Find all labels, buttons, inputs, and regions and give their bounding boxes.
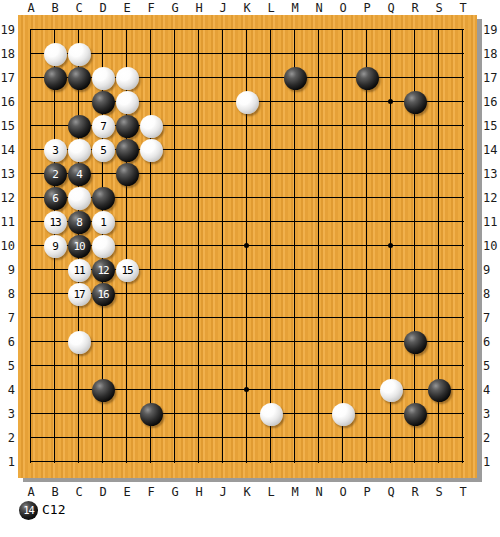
point-S1[interactable] <box>427 450 451 474</box>
point-C10[interactable]: 10 <box>67 234 91 258</box>
point-G18[interactable] <box>163 42 187 66</box>
point-K11[interactable] <box>235 210 259 234</box>
point-D9[interactable]: 12 <box>91 258 115 282</box>
point-R5[interactable] <box>403 354 427 378</box>
point-J9[interactable] <box>211 258 235 282</box>
point-F8[interactable] <box>139 282 163 306</box>
point-E6[interactable] <box>115 330 139 354</box>
point-S7[interactable] <box>427 306 451 330</box>
stone-black-E15[interactable] <box>116 115 139 138</box>
point-F4[interactable] <box>139 378 163 402</box>
point-E8[interactable] <box>115 282 139 306</box>
stone-black-R6[interactable] <box>404 331 427 354</box>
point-M2[interactable] <box>283 426 307 450</box>
stone-black-C11[interactable]: 8 <box>68 211 91 234</box>
point-B19[interactable] <box>43 18 67 42</box>
point-O3[interactable] <box>331 402 355 426</box>
point-C8[interactable]: 17 <box>67 282 91 306</box>
point-B18[interactable] <box>43 42 67 66</box>
point-F16[interactable] <box>139 90 163 114</box>
point-T19[interactable] <box>451 18 475 42</box>
point-R17[interactable] <box>403 66 427 90</box>
point-A2[interactable] <box>19 426 43 450</box>
point-G13[interactable] <box>163 162 187 186</box>
point-L11[interactable] <box>259 210 283 234</box>
point-F14[interactable] <box>139 138 163 162</box>
point-L16[interactable] <box>259 90 283 114</box>
point-R18[interactable] <box>403 42 427 66</box>
point-R19[interactable] <box>403 18 427 42</box>
point-C1[interactable] <box>67 450 91 474</box>
point-N9[interactable] <box>307 258 331 282</box>
point-P14[interactable] <box>355 138 379 162</box>
point-M10[interactable] <box>283 234 307 258</box>
stone-black-R16[interactable] <box>404 91 427 114</box>
point-H8[interactable] <box>187 282 211 306</box>
point-G3[interactable] <box>163 402 187 426</box>
point-R9[interactable] <box>403 258 427 282</box>
point-R14[interactable] <box>403 138 427 162</box>
point-E11[interactable] <box>115 210 139 234</box>
point-C6[interactable] <box>67 330 91 354</box>
stone-black-B13[interactable]: 2 <box>44 163 67 186</box>
point-K13[interactable] <box>235 162 259 186</box>
point-B6[interactable] <box>43 330 67 354</box>
stone-white-C18[interactable] <box>68 43 91 66</box>
point-B17[interactable] <box>43 66 67 90</box>
point-T11[interactable] <box>451 210 475 234</box>
point-R15[interactable] <box>403 114 427 138</box>
point-N3[interactable] <box>307 402 331 426</box>
point-C13[interactable]: 4 <box>67 162 91 186</box>
point-L2[interactable] <box>259 426 283 450</box>
point-L9[interactable] <box>259 258 283 282</box>
point-G8[interactable] <box>163 282 187 306</box>
point-Q7[interactable] <box>379 306 403 330</box>
point-D8[interactable]: 16 <box>91 282 115 306</box>
point-C7[interactable] <box>67 306 91 330</box>
point-E2[interactable] <box>115 426 139 450</box>
stone-white-E17[interactable] <box>116 67 139 90</box>
point-J6[interactable] <box>211 330 235 354</box>
point-D13[interactable] <box>91 162 115 186</box>
point-S9[interactable] <box>427 258 451 282</box>
point-M18[interactable] <box>283 42 307 66</box>
point-Q16[interactable] <box>379 90 403 114</box>
point-T14[interactable] <box>451 138 475 162</box>
point-K19[interactable] <box>235 18 259 42</box>
point-O6[interactable] <box>331 330 355 354</box>
stone-black-C15[interactable] <box>68 115 91 138</box>
point-A19[interactable] <box>19 18 43 42</box>
point-A15[interactable] <box>19 114 43 138</box>
point-K5[interactable] <box>235 354 259 378</box>
stone-white-C6[interactable] <box>68 331 91 354</box>
point-T6[interactable] <box>451 330 475 354</box>
point-N13[interactable] <box>307 162 331 186</box>
point-D1[interactable] <box>91 450 115 474</box>
point-T4[interactable] <box>451 378 475 402</box>
point-K17[interactable] <box>235 66 259 90</box>
point-S18[interactable] <box>427 42 451 66</box>
point-G17[interactable] <box>163 66 187 90</box>
point-E17[interactable] <box>115 66 139 90</box>
point-R7[interactable] <box>403 306 427 330</box>
point-G10[interactable] <box>163 234 187 258</box>
point-A11[interactable] <box>19 210 43 234</box>
point-O8[interactable] <box>331 282 355 306</box>
point-G14[interactable] <box>163 138 187 162</box>
point-A12[interactable] <box>19 186 43 210</box>
point-O9[interactable] <box>331 258 355 282</box>
point-L15[interactable] <box>259 114 283 138</box>
point-K12[interactable] <box>235 186 259 210</box>
point-H2[interactable] <box>187 426 211 450</box>
point-J3[interactable] <box>211 402 235 426</box>
point-O11[interactable] <box>331 210 355 234</box>
point-C5[interactable] <box>67 354 91 378</box>
point-L6[interactable] <box>259 330 283 354</box>
point-P6[interactable] <box>355 330 379 354</box>
point-P18[interactable] <box>355 42 379 66</box>
point-T1[interactable] <box>451 450 475 474</box>
point-A1[interactable] <box>19 450 43 474</box>
point-B3[interactable] <box>43 402 67 426</box>
point-P3[interactable] <box>355 402 379 426</box>
point-H4[interactable] <box>187 378 211 402</box>
point-K18[interactable] <box>235 42 259 66</box>
point-M9[interactable] <box>283 258 307 282</box>
point-J5[interactable] <box>211 354 235 378</box>
point-P8[interactable] <box>355 282 379 306</box>
point-Q2[interactable] <box>379 426 403 450</box>
point-G2[interactable] <box>163 426 187 450</box>
point-Q8[interactable] <box>379 282 403 306</box>
stone-white-F14[interactable] <box>140 139 163 162</box>
stone-white-D14[interactable]: 5 <box>92 139 115 162</box>
stone-black-C13[interactable]: 4 <box>68 163 91 186</box>
point-J18[interactable] <box>211 42 235 66</box>
point-S6[interactable] <box>427 330 451 354</box>
point-N6[interactable] <box>307 330 331 354</box>
point-O10[interactable] <box>331 234 355 258</box>
stone-white-D10[interactable] <box>92 235 115 258</box>
point-L17[interactable] <box>259 66 283 90</box>
point-L12[interactable] <box>259 186 283 210</box>
point-E7[interactable] <box>115 306 139 330</box>
point-E16[interactable] <box>115 90 139 114</box>
point-E4[interactable] <box>115 378 139 402</box>
point-N2[interactable] <box>307 426 331 450</box>
point-E18[interactable] <box>115 42 139 66</box>
point-G16[interactable] <box>163 90 187 114</box>
point-K2[interactable] <box>235 426 259 450</box>
point-C18[interactable] <box>67 42 91 66</box>
stone-white-D17[interactable] <box>92 67 115 90</box>
point-S15[interactable] <box>427 114 451 138</box>
point-L13[interactable] <box>259 162 283 186</box>
stone-black-D16[interactable] <box>92 91 115 114</box>
point-F18[interactable] <box>139 42 163 66</box>
point-N7[interactable] <box>307 306 331 330</box>
point-K14[interactable] <box>235 138 259 162</box>
stone-black-M17[interactable] <box>284 67 307 90</box>
stone-black-C17[interactable] <box>68 67 91 90</box>
point-M13[interactable] <box>283 162 307 186</box>
point-T18[interactable] <box>451 42 475 66</box>
stone-white-C9[interactable]: 11 <box>68 259 91 282</box>
point-M16[interactable] <box>283 90 307 114</box>
stone-white-K16[interactable] <box>236 91 259 114</box>
point-D10[interactable] <box>91 234 115 258</box>
point-Q1[interactable] <box>379 450 403 474</box>
point-J12[interactable] <box>211 186 235 210</box>
stone-white-B10[interactable]: 9 <box>44 235 67 258</box>
point-O2[interactable] <box>331 426 355 450</box>
point-Q3[interactable] <box>379 402 403 426</box>
point-D15[interactable]: 7 <box>91 114 115 138</box>
point-J10[interactable] <box>211 234 235 258</box>
point-K3[interactable] <box>235 402 259 426</box>
point-E13[interactable] <box>115 162 139 186</box>
point-K7[interactable] <box>235 306 259 330</box>
point-M5[interactable] <box>283 354 307 378</box>
stone-black-D8[interactable]: 16 <box>92 283 115 306</box>
point-A3[interactable] <box>19 402 43 426</box>
point-J19[interactable] <box>211 18 235 42</box>
point-C12[interactable] <box>67 186 91 210</box>
point-L8[interactable] <box>259 282 283 306</box>
point-D2[interactable] <box>91 426 115 450</box>
point-B15[interactable] <box>43 114 67 138</box>
point-A6[interactable] <box>19 330 43 354</box>
point-H10[interactable] <box>187 234 211 258</box>
point-O5[interactable] <box>331 354 355 378</box>
point-Q10[interactable] <box>379 234 403 258</box>
point-F19[interactable] <box>139 18 163 42</box>
point-B12[interactable]: 6 <box>43 186 67 210</box>
point-J1[interactable] <box>211 450 235 474</box>
point-L1[interactable] <box>259 450 283 474</box>
point-T9[interactable] <box>451 258 475 282</box>
stone-white-B18[interactable] <box>44 43 67 66</box>
point-G5[interactable] <box>163 354 187 378</box>
point-A8[interactable] <box>19 282 43 306</box>
point-G11[interactable] <box>163 210 187 234</box>
point-H6[interactable] <box>187 330 211 354</box>
point-P11[interactable] <box>355 210 379 234</box>
point-N10[interactable] <box>307 234 331 258</box>
point-R4[interactable] <box>403 378 427 402</box>
point-O4[interactable] <box>331 378 355 402</box>
point-T8[interactable] <box>451 282 475 306</box>
point-M1[interactable] <box>283 450 307 474</box>
point-K8[interactable] <box>235 282 259 306</box>
point-P12[interactable] <box>355 186 379 210</box>
point-R16[interactable] <box>403 90 427 114</box>
point-R1[interactable] <box>403 450 427 474</box>
point-S10[interactable] <box>427 234 451 258</box>
stone-black-E14[interactable] <box>116 139 139 162</box>
point-L4[interactable] <box>259 378 283 402</box>
point-S2[interactable] <box>427 426 451 450</box>
stone-black-D9[interactable]: 12 <box>92 259 115 282</box>
point-H16[interactable] <box>187 90 211 114</box>
point-N14[interactable] <box>307 138 331 162</box>
stone-black-B12[interactable]: 6 <box>44 187 67 210</box>
point-C9[interactable]: 11 <box>67 258 91 282</box>
point-F1[interactable] <box>139 450 163 474</box>
point-L3[interactable] <box>259 402 283 426</box>
point-T5[interactable] <box>451 354 475 378</box>
point-D6[interactable] <box>91 330 115 354</box>
point-A9[interactable] <box>19 258 43 282</box>
point-O7[interactable] <box>331 306 355 330</box>
point-E15[interactable] <box>115 114 139 138</box>
point-D4[interactable] <box>91 378 115 402</box>
point-L7[interactable] <box>259 306 283 330</box>
point-R11[interactable] <box>403 210 427 234</box>
point-O17[interactable] <box>331 66 355 90</box>
point-S11[interactable] <box>427 210 451 234</box>
point-S12[interactable] <box>427 186 451 210</box>
point-D17[interactable] <box>91 66 115 90</box>
point-G9[interactable] <box>163 258 187 282</box>
point-N5[interactable] <box>307 354 331 378</box>
point-Q18[interactable] <box>379 42 403 66</box>
point-M11[interactable] <box>283 210 307 234</box>
stone-black-C10[interactable]: 10 <box>68 235 91 258</box>
point-P1[interactable] <box>355 450 379 474</box>
point-O15[interactable] <box>331 114 355 138</box>
point-R3[interactable] <box>403 402 427 426</box>
point-D5[interactable] <box>91 354 115 378</box>
point-J14[interactable] <box>211 138 235 162</box>
point-D16[interactable] <box>91 90 115 114</box>
stone-black-R3[interactable] <box>404 403 427 426</box>
point-F12[interactable] <box>139 186 163 210</box>
point-H13[interactable] <box>187 162 211 186</box>
point-F15[interactable] <box>139 114 163 138</box>
point-S13[interactable] <box>427 162 451 186</box>
point-R2[interactable] <box>403 426 427 450</box>
stone-black-S4[interactable] <box>428 379 451 402</box>
point-F9[interactable] <box>139 258 163 282</box>
point-A17[interactable] <box>19 66 43 90</box>
point-M15[interactable] <box>283 114 307 138</box>
point-P7[interactable] <box>355 306 379 330</box>
point-J4[interactable] <box>211 378 235 402</box>
point-H3[interactable] <box>187 402 211 426</box>
point-P9[interactable] <box>355 258 379 282</box>
point-C3[interactable] <box>67 402 91 426</box>
point-A14[interactable] <box>19 138 43 162</box>
point-O18[interactable] <box>331 42 355 66</box>
point-E9[interactable]: 15 <box>115 258 139 282</box>
point-O1[interactable] <box>331 450 355 474</box>
point-N16[interactable] <box>307 90 331 114</box>
point-E12[interactable] <box>115 186 139 210</box>
stone-white-L3[interactable] <box>260 403 283 426</box>
point-F5[interactable] <box>139 354 163 378</box>
point-F11[interactable] <box>139 210 163 234</box>
point-S5[interactable] <box>427 354 451 378</box>
point-S14[interactable] <box>427 138 451 162</box>
point-B13[interactable]: 2 <box>43 162 67 186</box>
stone-white-E16[interactable] <box>116 91 139 114</box>
point-P16[interactable] <box>355 90 379 114</box>
point-E19[interactable] <box>115 18 139 42</box>
stone-white-O3[interactable] <box>332 403 355 426</box>
point-A16[interactable] <box>19 90 43 114</box>
point-D11[interactable]: 1 <box>91 210 115 234</box>
point-L19[interactable] <box>259 18 283 42</box>
point-A10[interactable] <box>19 234 43 258</box>
point-M19[interactable] <box>283 18 307 42</box>
point-F13[interactable] <box>139 162 163 186</box>
point-L10[interactable] <box>259 234 283 258</box>
point-F17[interactable] <box>139 66 163 90</box>
point-H5[interactable] <box>187 354 211 378</box>
point-T13[interactable] <box>451 162 475 186</box>
point-H9[interactable] <box>187 258 211 282</box>
point-B1[interactable] <box>43 450 67 474</box>
point-H17[interactable] <box>187 66 211 90</box>
point-O12[interactable] <box>331 186 355 210</box>
point-M3[interactable] <box>283 402 307 426</box>
point-B10[interactable]: 9 <box>43 234 67 258</box>
point-A5[interactable] <box>19 354 43 378</box>
point-Q15[interactable] <box>379 114 403 138</box>
point-K9[interactable] <box>235 258 259 282</box>
point-S3[interactable] <box>427 402 451 426</box>
stone-white-C14[interactable] <box>68 139 91 162</box>
point-K16[interactable] <box>235 90 259 114</box>
point-S4[interactable] <box>427 378 451 402</box>
point-A4[interactable] <box>19 378 43 402</box>
point-F6[interactable] <box>139 330 163 354</box>
point-K15[interactable] <box>235 114 259 138</box>
point-S19[interactable] <box>427 18 451 42</box>
point-P17[interactable] <box>355 66 379 90</box>
point-F3[interactable] <box>139 402 163 426</box>
point-K4[interactable] <box>235 378 259 402</box>
point-Q13[interactable] <box>379 162 403 186</box>
point-O14[interactable] <box>331 138 355 162</box>
point-D19[interactable] <box>91 18 115 42</box>
point-G19[interactable] <box>163 18 187 42</box>
stone-white-C12[interactable] <box>68 187 91 210</box>
stone-black-D12[interactable] <box>92 187 115 210</box>
point-S17[interactable] <box>427 66 451 90</box>
point-H15[interactable] <box>187 114 211 138</box>
point-R13[interactable] <box>403 162 427 186</box>
point-B14[interactable]: 3 <box>43 138 67 162</box>
point-J16[interactable] <box>211 90 235 114</box>
point-S8[interactable] <box>427 282 451 306</box>
stone-white-B14[interactable]: 3 <box>44 139 67 162</box>
stone-black-B17[interactable] <box>44 67 67 90</box>
point-C15[interactable] <box>67 114 91 138</box>
point-P2[interactable] <box>355 426 379 450</box>
point-J7[interactable] <box>211 306 235 330</box>
point-E1[interactable] <box>115 450 139 474</box>
point-M12[interactable] <box>283 186 307 210</box>
stone-white-B11[interactable]: 13 <box>44 211 67 234</box>
point-L5[interactable] <box>259 354 283 378</box>
point-Q19[interactable] <box>379 18 403 42</box>
point-N4[interactable] <box>307 378 331 402</box>
